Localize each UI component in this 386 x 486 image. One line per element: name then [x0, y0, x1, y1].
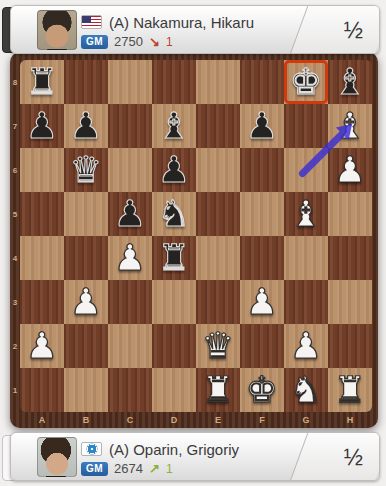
white-pawn[interactable]: ♟: [240, 280, 284, 324]
square-g2[interactable]: ♟: [284, 324, 328, 368]
black-pawn[interactable]: ♟: [240, 104, 284, 148]
square-g5[interactable]: ♝: [284, 192, 328, 236]
square-e1[interactable]: ♜: [196, 368, 240, 412]
rank-label-8: 8: [10, 60, 20, 104]
square-b6[interactable]: ♛: [64, 148, 108, 192]
square-h5[interactable]: [328, 192, 372, 236]
square-a3[interactable]: [20, 280, 64, 324]
square-e3[interactable]: [196, 280, 240, 324]
player-rating: 2674: [114, 461, 143, 476]
square-g8[interactable]: ♚: [284, 60, 328, 104]
white-rook[interactable]: ♜: [328, 368, 372, 412]
white-king[interactable]: ♚: [240, 368, 284, 412]
white-bishop[interactable]: ♝: [328, 104, 372, 148]
rating-trend-value: 1: [166, 35, 173, 49]
file-label-a: A: [20, 412, 64, 428]
rank-label-3: 3: [10, 280, 20, 324]
square-h2[interactable]: [328, 324, 372, 368]
square-a7[interactable]: ♟: [20, 104, 64, 148]
square-d1[interactable]: [152, 368, 196, 412]
board-grid: ♜♚♝♟♟♝♟♝♛♟♟♟♞♝♟♜♟♟♟♛♟♜♚♞♜: [20, 60, 372, 412]
square-f5[interactable]: [240, 192, 284, 236]
black-pawn[interactable]: ♟: [108, 192, 152, 236]
black-pawn[interactable]: ♟: [152, 148, 196, 192]
white-pawn[interactable]: ♟: [20, 324, 64, 368]
square-c8[interactable]: [108, 60, 152, 104]
rank-label-7: 7: [10, 104, 20, 148]
rank-label-1: 1: [10, 368, 20, 412]
square-e7[interactable]: [196, 104, 240, 148]
square-c3[interactable]: [108, 280, 152, 324]
square-f4[interactable]: [240, 236, 284, 280]
white-pawn[interactable]: ♟: [64, 280, 108, 324]
square-c7[interactable]: [108, 104, 152, 148]
square-h1[interactable]: ♜: [328, 368, 372, 412]
square-f7[interactable]: ♟: [240, 104, 284, 148]
black-knight[interactable]: ♞: [152, 192, 196, 236]
title-badge: GM: [81, 35, 108, 49]
square-b3[interactable]: ♟: [64, 280, 108, 324]
square-e8[interactable]: [196, 60, 240, 104]
square-d2[interactable]: [152, 324, 196, 368]
square-f1[interactable]: ♚: [240, 368, 284, 412]
square-b5[interactable]: [64, 192, 108, 236]
square-f3[interactable]: ♟: [240, 280, 284, 324]
square-b8[interactable]: [64, 60, 108, 104]
white-rook[interactable]: ♜: [196, 368, 240, 412]
score-separator: [289, 5, 380, 54]
square-b1[interactable]: [64, 368, 108, 412]
square-c5[interactable]: ♟: [108, 192, 152, 236]
square-e2[interactable]: ♛: [196, 324, 240, 368]
rank-coordinates: 87654321: [10, 60, 20, 412]
square-d4[interactable]: ♜: [152, 236, 196, 280]
white-pawn[interactable]: ♟: [108, 236, 152, 280]
square-f2[interactable]: [240, 324, 284, 368]
rating-trend-value: 1: [166, 462, 173, 476]
square-a5[interactable]: [20, 192, 64, 236]
title-badge: GM: [81, 462, 108, 476]
square-c1[interactable]: [108, 368, 152, 412]
square-c2[interactable]: [108, 324, 152, 368]
rating-trend-down-icon: ↘: [149, 34, 160, 49]
file-label-c: C: [108, 412, 152, 428]
rank-label-5: 5: [10, 192, 20, 236]
black-bishop[interactable]: ♝: [152, 104, 196, 148]
square-a6[interactable]: [20, 148, 64, 192]
player-card-bottom: (A) Oparin, Grigoriy GM 2674 ↗ 1 ½: [10, 432, 380, 481]
square-a4[interactable]: [20, 236, 64, 280]
game-score: ½: [344, 443, 363, 470]
black-bishop[interactable]: ♝: [328, 60, 372, 104]
fide-flag-icon: [81, 442, 102, 456]
square-d3[interactable]: [152, 280, 196, 324]
chess-board: 87654321 ABCDEFGH ♜♚♝♟♟♝♟♝♛♟♟♟♞♝♟♜♟♟♟♛♟♜…: [10, 52, 378, 428]
square-e4[interactable]: [196, 236, 240, 280]
rating-trend-up-icon: ↗: [149, 461, 160, 476]
square-e6[interactable]: [196, 148, 240, 192]
white-queen[interactable]: ♛: [196, 324, 240, 368]
square-h4[interactable]: [328, 236, 372, 280]
file-coordinates: ABCDEFGH: [20, 412, 372, 428]
file-label-d: D: [152, 412, 196, 428]
square-h3[interactable]: [328, 280, 372, 324]
square-g7[interactable]: [284, 104, 328, 148]
file-label-h: H: [328, 412, 372, 428]
black-pawn[interactable]: ♟: [64, 104, 108, 148]
square-d6[interactable]: ♟: [152, 148, 196, 192]
square-f6[interactable]: [240, 148, 284, 192]
black-rook[interactable]: ♜: [20, 60, 64, 104]
file-label-e: E: [196, 412, 240, 428]
player-avatar: [37, 10, 77, 50]
square-g4[interactable]: [284, 236, 328, 280]
rank-label-4: 4: [10, 236, 20, 280]
player-rating: 2750: [114, 34, 143, 49]
square-g1[interactable]: ♞: [284, 368, 328, 412]
square-d5[interactable]: ♞: [152, 192, 196, 236]
square-h8[interactable]: ♝: [328, 60, 372, 104]
black-pawn[interactable]: ♟: [20, 104, 64, 148]
square-a8[interactable]: ♜: [20, 60, 64, 104]
square-g3[interactable]: [284, 280, 328, 324]
file-label-g: G: [284, 412, 328, 428]
square-d8[interactable]: [152, 60, 196, 104]
rank-label-6: 6: [10, 148, 20, 192]
score-separator: [289, 432, 380, 481]
square-a1[interactable]: [20, 368, 64, 412]
file-label-b: B: [64, 412, 108, 428]
player-avatar: [37, 437, 77, 477]
square-b2[interactable]: [64, 324, 108, 368]
square-f8[interactable]: [240, 60, 284, 104]
square-g6[interactable]: [284, 148, 328, 192]
square-b4[interactable]: [64, 236, 108, 280]
square-e5[interactable]: [196, 192, 240, 236]
white-pawn[interactable]: ♟: [284, 324, 328, 368]
player-card-top: (A) Nakamura, Hikaru GM 2750 ↘ 1 ½: [10, 5, 380, 54]
square-c6[interactable]: [108, 148, 152, 192]
player-name: (A) Oparin, Grigoriy: [109, 441, 239, 458]
white-pawn[interactable]: ♟: [328, 148, 372, 192]
square-h6[interactable]: ♟: [328, 148, 372, 192]
white-bishop[interactable]: ♝: [284, 192, 328, 236]
rank-label-2: 2: [10, 324, 20, 368]
white-knight[interactable]: ♞: [284, 368, 328, 412]
us-flag-icon: [81, 15, 102, 29]
black-king[interactable]: ♚: [284, 60, 328, 104]
player-name: (A) Nakamura, Hikaru: [109, 14, 254, 31]
file-label-f: F: [240, 412, 284, 428]
square-h7[interactable]: ♝: [328, 104, 372, 148]
square-d7[interactable]: ♝: [152, 104, 196, 148]
square-a2[interactable]: ♟: [20, 324, 64, 368]
broadcast-game-panel: (A) Nakamura, Hikaru GM 2750 ↘ 1 ½ 87654…: [0, 0, 386, 486]
game-score: ½: [344, 16, 363, 43]
black-rook[interactable]: ♜: [152, 236, 196, 280]
black-queen[interactable]: ♛: [64, 148, 108, 192]
square-c4[interactable]: ♟: [108, 236, 152, 280]
square-b7[interactable]: ♟: [64, 104, 108, 148]
